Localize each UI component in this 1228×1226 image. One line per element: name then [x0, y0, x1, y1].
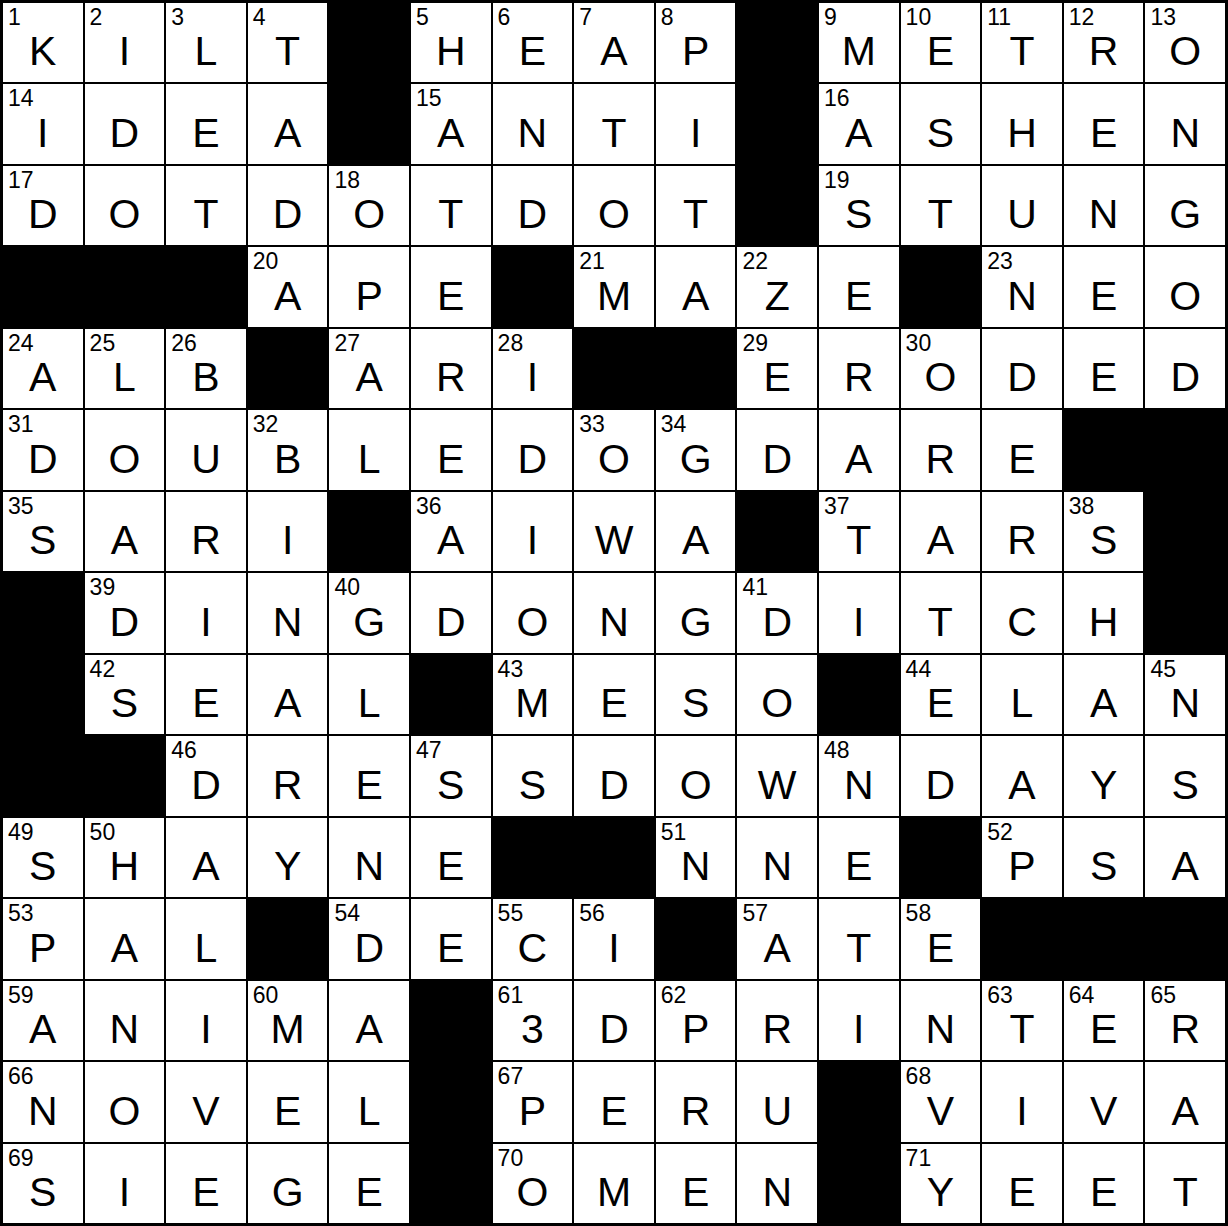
cell-letter: P [656, 1009, 736, 1050]
cell-r8c2[interactable]: 39D [85, 573, 165, 652]
cell-letter: O [1145, 31, 1225, 72]
cell-r2c2[interactable]: D [85, 84, 165, 163]
cell-r11c2[interactable]: 50H [85, 818, 165, 897]
cell-number: 68 [906, 1062, 932, 1091]
cell-letter: G [329, 602, 409, 643]
cell-number: 22 [742, 247, 768, 276]
cell-r10c12[interactable]: D [901, 736, 981, 815]
cell-letter: O [574, 439, 654, 480]
cell-r10c8[interactable]: D [574, 736, 654, 815]
cell-r6c12[interactable]: R [901, 410, 981, 489]
cell-letter: T [982, 31, 1062, 72]
cell-r9c4[interactable]: A [248, 655, 328, 734]
cell-letter: T [411, 194, 491, 235]
cell-letter: S [656, 683, 736, 724]
cell-r9c13[interactable]: L [982, 655, 1062, 734]
cell-letter: T [819, 520, 899, 561]
cell-r15c8[interactable]: M [574, 1144, 654, 1223]
cell-r8c11[interactable]: I [819, 573, 899, 652]
cell-r12c6[interactable]: E [411, 899, 491, 978]
cell-letter: A [1145, 846, 1225, 887]
cell-r1c13[interactable]: 11T [982, 3, 1062, 82]
cell-r5c5[interactable]: 27A [329, 329, 409, 408]
cell-r7c14[interactable]: 38S [1064, 492, 1144, 571]
cell-r11c12 [901, 818, 981, 897]
cell-r7c5 [329, 492, 409, 571]
cell-letter: L [85, 357, 165, 398]
cell-letter: Y [248, 846, 328, 887]
cell-r10c15[interactable]: S [1145, 736, 1225, 815]
cell-r4c13[interactable]: 23N [982, 247, 1062, 326]
cell-letter: T [901, 602, 981, 643]
cell-r14c15[interactable]: A [1145, 1062, 1225, 1141]
cell-r5c12[interactable]: 30O [901, 329, 981, 408]
cell-r5c6[interactable]: R [411, 329, 491, 408]
cell-r11c4[interactable]: Y [248, 818, 328, 897]
cell-letter: V [901, 1091, 981, 1132]
cell-letter: W [574, 520, 654, 561]
cell-r7c10 [737, 492, 817, 571]
cell-r7c11[interactable]: 37T [819, 492, 899, 571]
cell-r13c10[interactable]: R [737, 981, 817, 1060]
cell-r4c15[interactable]: O [1145, 247, 1225, 326]
cell-letter: R [656, 1091, 736, 1132]
cell-letter: A [656, 520, 736, 561]
cell-r11c11[interactable]: E [819, 818, 899, 897]
cell-letter: A [901, 520, 981, 561]
cell-r2c7[interactable]: N [493, 84, 573, 163]
cell-r14c8[interactable]: E [574, 1062, 654, 1141]
cell-r9c7[interactable]: 43M [493, 655, 573, 734]
cell-r7c7[interactable]: I [493, 492, 573, 571]
cell-r10c9[interactable]: O [656, 736, 736, 815]
cell-r3c4[interactable]: D [248, 166, 328, 245]
cell-r11c7 [493, 818, 573, 897]
cell-letter: H [411, 31, 491, 72]
cell-r3c2[interactable]: O [85, 166, 165, 245]
cell-letter: U [982, 194, 1062, 235]
cell-r5c15[interactable]: D [1145, 329, 1225, 408]
cell-r6c8[interactable]: 33O [574, 410, 654, 489]
cell-r7c3[interactable]: R [166, 492, 246, 571]
cell-number: 38 [1069, 492, 1095, 521]
cell-letter: N [819, 765, 899, 806]
cell-r7c6[interactable]: 36A [411, 492, 491, 571]
cell-letter: C [982, 602, 1062, 643]
cell-r2c12[interactable]: S [901, 84, 981, 163]
cell-r2c8[interactable]: T [574, 84, 654, 163]
cell-r9c3[interactable]: E [166, 655, 246, 734]
cell-number: 8 [661, 3, 674, 32]
cell-r5c7[interactable]: 28I [493, 329, 573, 408]
cell-r2c1[interactable]: 14I [3, 84, 83, 163]
cell-r2c9[interactable]: I [656, 84, 736, 163]
cell-r3c6[interactable]: T [411, 166, 491, 245]
cell-r8c14[interactable]: H [1064, 573, 1144, 652]
cell-r14c11 [819, 1062, 899, 1141]
cell-r3c8[interactable]: O [574, 166, 654, 245]
cell-r7c8[interactable]: W [574, 492, 654, 571]
cell-r8c12[interactable]: T [901, 573, 981, 652]
cell-number: 59 [8, 981, 34, 1010]
cell-r13c13[interactable]: 63T [982, 981, 1062, 1060]
cell-number: 65 [1150, 981, 1176, 1010]
cell-letter: O [737, 683, 817, 724]
cell-r14c14[interactable]: V [1064, 1062, 1144, 1141]
cell-r3c14[interactable]: N [1064, 166, 1144, 245]
cell-r14c10[interactable]: U [737, 1062, 817, 1141]
cell-r15c7[interactable]: 70O [493, 1144, 573, 1223]
cell-r15c3[interactable]: E [166, 1144, 246, 1223]
cell-r14c4[interactable]: E [248, 1062, 328, 1141]
cell-r2c15[interactable]: N [1145, 84, 1225, 163]
cell-r6c5[interactable]: L [329, 410, 409, 489]
cell-r10c10[interactable]: W [737, 736, 817, 815]
cell-r10c13[interactable]: A [982, 736, 1062, 815]
cell-r8c6[interactable]: D [411, 573, 491, 652]
cell-r6c14 [1064, 410, 1144, 489]
cell-letter: N [1064, 194, 1144, 235]
cell-r15c15[interactable]: T [1145, 1144, 1225, 1223]
cell-r1c11[interactable]: 9M [819, 3, 899, 82]
cell-r3c1[interactable]: 17D [3, 166, 83, 245]
cell-r6c3[interactable]: U [166, 410, 246, 489]
cell-letter: C [493, 928, 573, 969]
cell-r9c12[interactable]: 44E [901, 655, 981, 734]
cell-r2c13[interactable]: H [982, 84, 1062, 163]
cell-letter: A [248, 683, 328, 724]
cell-r4c8[interactable]: 21M [574, 247, 654, 326]
cell-letter: O [85, 194, 165, 235]
cell-r4c5[interactable]: P [329, 247, 409, 326]
cell-r1c6[interactable]: 5H [411, 3, 491, 82]
cell-r4c7 [493, 247, 573, 326]
cell-number: 9 [824, 3, 837, 32]
cell-r12c5[interactable]: 54D [329, 899, 409, 978]
cell-number: 10 [906, 3, 932, 32]
cell-r3c3[interactable]: T [166, 166, 246, 245]
cell-letter: E [411, 928, 491, 969]
cell-number: 36 [416, 492, 442, 521]
cell-letter: T [901, 194, 981, 235]
cell-r15c5[interactable]: E [329, 1144, 409, 1223]
cell-r3c11[interactable]: 19S [819, 166, 899, 245]
cell-r12c12[interactable]: 58E [901, 899, 981, 978]
cell-letter: G [1145, 194, 1225, 235]
cell-letter: G [656, 602, 736, 643]
cell-r1c1[interactable]: 1K [3, 3, 83, 82]
cell-letter: T [248, 31, 328, 72]
cell-r13c8[interactable]: D [574, 981, 654, 1060]
cell-letter: O [574, 194, 654, 235]
cell-r9c2[interactable]: 42S [85, 655, 165, 734]
cell-letter: P [329, 276, 409, 317]
cell-letter: I [819, 1009, 899, 1050]
cell-letter: D [85, 602, 165, 643]
cell-number: 3 [171, 3, 184, 32]
cell-r5c14[interactable]: E [1064, 329, 1144, 408]
cell-r1c3[interactable]: 3L [166, 3, 246, 82]
cell-r8c10[interactable]: 41D [737, 573, 817, 652]
cell-r9c1 [3, 655, 83, 734]
cell-r6c9[interactable]: 34G [656, 410, 736, 489]
cell-r13c2[interactable]: N [85, 981, 165, 1060]
cell-r7c1[interactable]: 35S [3, 492, 83, 571]
cell-r8c13[interactable]: C [982, 573, 1062, 652]
cell-letter: D [166, 765, 246, 806]
cell-letter: E [411, 276, 491, 317]
cell-r11c5[interactable]: N [329, 818, 409, 897]
cell-r3c12[interactable]: T [901, 166, 981, 245]
cell-letter: R [1145, 1009, 1225, 1050]
cell-r15c1[interactable]: 69S [3, 1144, 83, 1223]
cell-letter: I [656, 113, 736, 154]
cell-r11c15[interactable]: A [1145, 818, 1225, 897]
cell-r14c5[interactable]: L [329, 1062, 409, 1141]
cell-letter: R [248, 765, 328, 806]
cell-r14c3[interactable]: V [166, 1062, 246, 1141]
cell-number: 45 [1150, 655, 1176, 684]
cell-r11c10[interactable]: N [737, 818, 817, 897]
cell-r4c4[interactable]: 20A [248, 247, 328, 326]
cell-r4c14[interactable]: E [1064, 247, 1144, 326]
cell-r2c5 [329, 84, 409, 163]
cell-letter: O [329, 194, 409, 235]
cell-number: 31 [8, 410, 34, 439]
cell-r11c6[interactable]: E [411, 818, 491, 897]
cell-r8c4[interactable]: N [248, 573, 328, 652]
cell-r8c5[interactable]: 40G [329, 573, 409, 652]
cell-number: 44 [906, 655, 932, 684]
cell-letter: V [166, 1091, 246, 1132]
cell-r12c1[interactable]: 53P [3, 899, 83, 978]
cell-r6c6[interactable]: E [411, 410, 491, 489]
cell-r5c1[interactable]: 24A [3, 329, 83, 408]
cell-letter: A [411, 113, 491, 154]
cell-letter: E [248, 1091, 328, 1132]
cell-r4c6[interactable]: E [411, 247, 491, 326]
cell-r3c13[interactable]: U [982, 166, 1062, 245]
cell-letter: O [493, 602, 573, 643]
cell-r1c4[interactable]: 4T [248, 3, 328, 82]
cell-number: 63 [987, 981, 1013, 1010]
cell-letter: P [982, 846, 1062, 887]
cell-letter: A [3, 357, 83, 398]
cell-r1c15[interactable]: 13O [1145, 3, 1225, 82]
cell-r6c7[interactable]: D [493, 410, 573, 489]
cell-r11c9[interactable]: 51N [656, 818, 736, 897]
cell-r9c14[interactable]: A [1064, 655, 1144, 734]
cell-r5c13[interactable]: D [982, 329, 1062, 408]
cell-r15c14[interactable]: E [1064, 1144, 1144, 1223]
cell-r11c1[interactable]: 49S [3, 818, 83, 897]
cell-r13c14[interactable]: 64E [1064, 981, 1144, 1060]
cell-r10c14[interactable]: Y [1064, 736, 1144, 815]
cell-letter: S [1064, 846, 1144, 887]
cell-r13c5[interactable]: A [329, 981, 409, 1060]
cell-letter: E [1064, 357, 1144, 398]
cell-r13c7[interactable]: 613 [493, 981, 573, 1060]
cell-r15c4[interactable]: G [248, 1144, 328, 1223]
cell-number: 43 [498, 655, 524, 684]
cell-r4c10[interactable]: 22Z [737, 247, 817, 326]
cell-number: 57 [742, 899, 768, 928]
cell-r2c6[interactable]: 15A [411, 84, 491, 163]
cell-r9c15[interactable]: 45N [1145, 655, 1225, 734]
cell-letter: O [656, 765, 736, 806]
cell-r6c2[interactable]: O [85, 410, 165, 489]
cell-r15c13[interactable]: E [982, 1144, 1062, 1223]
cell-r11c8 [574, 818, 654, 897]
cell-r11c14[interactable]: S [1064, 818, 1144, 897]
cell-letter: E [901, 683, 981, 724]
cell-r7c13[interactable]: R [982, 492, 1062, 571]
cell-r3c7[interactable]: D [493, 166, 573, 245]
cell-letter: U [166, 439, 246, 480]
cell-r6c13[interactable]: E [982, 410, 1062, 489]
cell-r11c13[interactable]: 52P [982, 818, 1062, 897]
cell-number: 54 [334, 899, 360, 928]
cell-r12c10[interactable]: 57A [737, 899, 817, 978]
cell-r5c11[interactable]: R [819, 329, 899, 408]
cell-r3c15[interactable]: G [1145, 166, 1225, 245]
cell-letter: L [329, 439, 409, 480]
cell-r1c9[interactable]: 8P [656, 3, 736, 82]
cell-number: 49 [8, 818, 34, 847]
cell-r9c10[interactable]: O [737, 655, 817, 734]
cell-r13c1[interactable]: 59A [3, 981, 83, 1060]
cell-r9c8[interactable]: E [574, 655, 654, 734]
cell-r14c2[interactable]: O [85, 1062, 165, 1141]
cell-r3c5[interactable]: 18O [329, 166, 409, 245]
cell-number: 52 [987, 818, 1013, 847]
cell-r6c10[interactable]: D [737, 410, 817, 489]
cell-r8c7[interactable]: O [493, 573, 573, 652]
cell-r13c9[interactable]: 62P [656, 981, 736, 1060]
cell-r5c9 [656, 329, 736, 408]
cell-r2c4[interactable]: A [248, 84, 328, 163]
cell-number: 46 [171, 736, 197, 765]
cell-letter: N [737, 846, 817, 887]
cell-r6c1[interactable]: 31D [3, 410, 83, 489]
cell-r10c5[interactable]: E [329, 736, 409, 815]
cell-r12c7[interactable]: 55C [493, 899, 573, 978]
cell-r15c2[interactable]: I [85, 1144, 165, 1223]
cell-r2c3[interactable]: E [166, 84, 246, 163]
cell-letter: S [3, 520, 83, 561]
cell-r14c12[interactable]: 68V [901, 1062, 981, 1141]
cell-r3c10 [737, 166, 817, 245]
cell-r10c6[interactable]: 47S [411, 736, 491, 815]
cell-r13c11[interactable]: I [819, 981, 899, 1060]
cell-r2c11[interactable]: 16A [819, 84, 899, 163]
cell-r1c14[interactable]: 12R [1064, 3, 1144, 82]
cell-r5c10[interactable]: 29E [737, 329, 817, 408]
cell-r6c4[interactable]: 32B [248, 410, 328, 489]
cell-letter: E [656, 1172, 736, 1213]
cell-r15c9[interactable]: E [656, 1144, 736, 1223]
cell-r8c9[interactable]: G [656, 573, 736, 652]
cell-r15c10[interactable]: N [737, 1144, 817, 1223]
cell-r1c2[interactable]: 2I [85, 3, 165, 82]
cell-r1c8[interactable]: 7A [574, 3, 654, 82]
cell-letter: Z [737, 276, 817, 317]
cell-number: 37 [824, 492, 850, 521]
cell-r1c12[interactable]: 10E [901, 3, 981, 82]
cell-letter: A [1064, 683, 1144, 724]
cell-r10c4[interactable]: R [248, 736, 328, 815]
cell-letter: N [248, 602, 328, 643]
cell-r9c9[interactable]: S [656, 655, 736, 734]
cell-letter: E [1064, 1009, 1144, 1050]
cell-letter: D [493, 194, 573, 235]
cell-r1c7[interactable]: 6E [493, 3, 573, 82]
cell-r14c9[interactable]: R [656, 1062, 736, 1141]
cell-r7c2[interactable]: A [85, 492, 165, 571]
cell-r6c11[interactable]: A [819, 410, 899, 489]
cell-letter: T [656, 194, 736, 235]
cell-number: 4 [253, 3, 266, 32]
cell-letter: I [166, 602, 246, 643]
cell-r4c9[interactable]: A [656, 247, 736, 326]
cell-letter: D [3, 194, 83, 235]
cell-r8c8[interactable]: N [574, 573, 654, 652]
cell-r10c7[interactable]: S [493, 736, 573, 815]
cell-letter: G [656, 439, 736, 480]
cell-r14c1[interactable]: 66N [3, 1062, 83, 1141]
cell-r10c11[interactable]: 48N [819, 736, 899, 815]
cell-letter: L [166, 928, 246, 969]
cell-r13c3[interactable]: I [166, 981, 246, 1060]
cell-number: 18 [334, 166, 360, 195]
cell-r3c9[interactable]: T [656, 166, 736, 245]
cell-r13c4[interactable]: 60M [248, 981, 328, 1060]
cell-r14c13[interactable]: I [982, 1062, 1062, 1141]
cell-letter: A [166, 846, 246, 887]
cell-r15c12[interactable]: 71Y [901, 1144, 981, 1223]
cell-r12c3[interactable]: L [166, 899, 246, 978]
cell-letter: I [493, 357, 573, 398]
cell-r4c11[interactable]: E [819, 247, 899, 326]
cell-number: 64 [1069, 981, 1095, 1010]
cell-r11c3[interactable]: A [166, 818, 246, 897]
cell-r7c12[interactable]: A [901, 492, 981, 571]
cell-number: 62 [661, 981, 687, 1010]
cell-r14c7[interactable]: 67P [493, 1062, 573, 1141]
cell-r12c2[interactable]: A [85, 899, 165, 978]
cell-r9c6 [411, 655, 491, 734]
cell-r8c3[interactable]: I [166, 573, 246, 652]
cell-r13c12[interactable]: N [901, 981, 981, 1060]
cell-r9c5[interactable]: L [329, 655, 409, 734]
cell-number: 32 [253, 410, 279, 439]
cell-r12c8[interactable]: 56I [574, 899, 654, 978]
cell-number: 56 [579, 899, 605, 928]
cell-r7c4[interactable]: I [248, 492, 328, 571]
cell-r2c14[interactable]: E [1064, 84, 1144, 163]
cell-r5c2[interactable]: 25L [85, 329, 165, 408]
cell-r12c11[interactable]: T [819, 899, 899, 978]
cell-r8c15 [1145, 573, 1225, 652]
cell-r12c4 [248, 899, 328, 978]
cell-r10c3[interactable]: 46D [166, 736, 246, 815]
cell-r7c9[interactable]: A [656, 492, 736, 571]
cell-r12c15 [1145, 899, 1225, 978]
cell-r5c3[interactable]: 26B [166, 329, 246, 408]
cell-number: 28 [498, 329, 524, 358]
cell-r13c15[interactable]: 65R [1145, 981, 1225, 1060]
cell-letter: K [3, 31, 83, 72]
